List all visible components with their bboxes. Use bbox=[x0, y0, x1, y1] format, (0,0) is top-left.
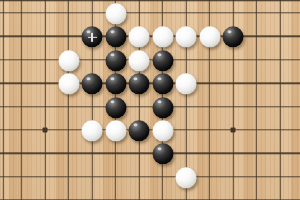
board-cell[interactable] bbox=[33, 188, 57, 200]
board-cell[interactable] bbox=[127, 95, 151, 118]
white-stone bbox=[105, 3, 126, 24]
board-cell[interactable] bbox=[174, 25, 198, 48]
board-cell[interactable] bbox=[127, 1, 151, 24]
black-stone bbox=[129, 73, 150, 94]
board-cell[interactable] bbox=[33, 48, 57, 71]
board-cell[interactable] bbox=[198, 71, 222, 94]
board-cell[interactable] bbox=[174, 118, 198, 141]
board-cell[interactable] bbox=[10, 1, 34, 24]
board-cell[interactable] bbox=[33, 118, 57, 141]
board-cell[interactable] bbox=[174, 71, 198, 94]
board-cell[interactable] bbox=[221, 165, 245, 188]
board-cell[interactable] bbox=[10, 165, 34, 188]
board-cell[interactable] bbox=[174, 188, 198, 200]
white-stone bbox=[176, 27, 197, 48]
black-stone bbox=[105, 27, 126, 48]
board-cell[interactable] bbox=[57, 1, 81, 24]
board-cell[interactable] bbox=[127, 165, 151, 188]
white-stone bbox=[105, 120, 126, 141]
board-cell[interactable] bbox=[198, 188, 222, 200]
board-cell[interactable] bbox=[80, 25, 104, 48]
board-cell[interactable] bbox=[10, 118, 34, 141]
board-cell[interactable] bbox=[198, 118, 222, 141]
board-cell[interactable] bbox=[151, 142, 175, 165]
board-cell[interactable] bbox=[174, 1, 198, 24]
board-cell[interactable] bbox=[221, 95, 245, 118]
board-cell[interactable] bbox=[104, 48, 128, 71]
board-cell[interactable] bbox=[174, 48, 198, 71]
board-cell[interactable] bbox=[57, 25, 81, 48]
board-cell[interactable] bbox=[198, 25, 222, 48]
board-cell[interactable] bbox=[33, 95, 57, 118]
board-cell[interactable] bbox=[57, 118, 81, 141]
board-cell[interactable] bbox=[245, 118, 269, 141]
board-cell[interactable] bbox=[268, 188, 292, 200]
board-cell[interactable] bbox=[221, 1, 245, 24]
board-cell[interactable] bbox=[104, 165, 128, 188]
board-cell[interactable] bbox=[268, 25, 292, 48]
board-cell[interactable] bbox=[80, 188, 104, 200]
black-stone bbox=[152, 97, 173, 118]
black-stone bbox=[82, 27, 103, 48]
board-cell[interactable] bbox=[174, 95, 198, 118]
board-cell[interactable] bbox=[33, 25, 57, 48]
white-stone bbox=[58, 73, 79, 94]
board-cell[interactable] bbox=[10, 25, 34, 48]
white-stone bbox=[152, 120, 173, 141]
black-stone bbox=[152, 50, 173, 71]
board-cell[interactable] bbox=[221, 142, 245, 165]
white-stone bbox=[152, 27, 173, 48]
board-cell[interactable] bbox=[57, 48, 81, 71]
board-cell[interactable] bbox=[104, 1, 128, 24]
board-cell[interactable] bbox=[245, 142, 269, 165]
board-cell[interactable] bbox=[151, 165, 175, 188]
black-stone bbox=[129, 120, 150, 141]
board-cell[interactable] bbox=[127, 25, 151, 48]
board-cell[interactable] bbox=[245, 188, 269, 200]
board-cell[interactable] bbox=[151, 118, 175, 141]
board-cell[interactable] bbox=[221, 48, 245, 71]
board-cell[interactable] bbox=[268, 95, 292, 118]
board-cell[interactable] bbox=[127, 188, 151, 200]
board-cell[interactable] bbox=[80, 118, 104, 141]
board-cell[interactable] bbox=[198, 1, 222, 24]
board-cell[interactable] bbox=[198, 165, 222, 188]
board-cell[interactable] bbox=[104, 142, 128, 165]
board-cell[interactable] bbox=[80, 165, 104, 188]
white-stone bbox=[176, 167, 197, 188]
board-cell[interactable] bbox=[10, 48, 34, 71]
board-cell[interactable] bbox=[33, 142, 57, 165]
board-cell[interactable] bbox=[33, 71, 57, 94]
board-cell[interactable] bbox=[245, 48, 269, 71]
black-stone bbox=[152, 144, 173, 165]
white-stone bbox=[58, 50, 79, 71]
board-cell[interactable] bbox=[80, 1, 104, 24]
board-cell[interactable] bbox=[57, 95, 81, 118]
white-stone bbox=[82, 120, 103, 141]
black-stone bbox=[105, 73, 126, 94]
board-cell[interactable] bbox=[174, 142, 198, 165]
board-cell[interactable] bbox=[198, 95, 222, 118]
board-cell[interactable] bbox=[198, 48, 222, 71]
board-cell[interactable] bbox=[151, 48, 175, 71]
board-cell[interactable] bbox=[151, 25, 175, 48]
black-stone bbox=[105, 97, 126, 118]
board-cell[interactable] bbox=[245, 71, 269, 94]
board-cell[interactable] bbox=[151, 71, 175, 94]
board-cell[interactable] bbox=[104, 95, 128, 118]
board-cell[interactable] bbox=[268, 142, 292, 165]
white-stone bbox=[129, 50, 150, 71]
black-stone bbox=[82, 73, 103, 94]
board-cell[interactable] bbox=[80, 48, 104, 71]
board-cell[interactable] bbox=[221, 188, 245, 200]
board-cell[interactable] bbox=[127, 118, 151, 141]
board-cell[interactable] bbox=[10, 188, 34, 200]
board-cell[interactable] bbox=[245, 95, 269, 118]
board-cell[interactable] bbox=[10, 71, 34, 94]
board-cell[interactable] bbox=[104, 71, 128, 94]
board-cell[interactable] bbox=[33, 1, 57, 24]
board-cell[interactable] bbox=[127, 142, 151, 165]
black-stone bbox=[105, 50, 126, 71]
board-cell[interactable] bbox=[57, 188, 81, 200]
board-cell[interactable] bbox=[104, 188, 128, 200]
board-cell[interactable] bbox=[268, 118, 292, 141]
board-cell[interactable] bbox=[221, 25, 245, 48]
board-cell[interactable] bbox=[221, 71, 245, 94]
board-cell[interactable] bbox=[245, 1, 269, 24]
board-cell[interactable] bbox=[104, 118, 128, 141]
board-cell[interactable] bbox=[57, 165, 81, 188]
board-cell[interactable] bbox=[127, 71, 151, 94]
gomoku-board bbox=[0, 0, 300, 200]
white-stone bbox=[199, 27, 220, 48]
last-move-marker bbox=[88, 33, 97, 42]
board-cell[interactable] bbox=[174, 165, 198, 188]
board-cell[interactable] bbox=[57, 142, 81, 165]
board-cell[interactable] bbox=[80, 142, 104, 165]
black-stone bbox=[223, 27, 244, 48]
board-cell[interactable] bbox=[151, 1, 175, 24]
black-stone bbox=[152, 73, 173, 94]
board-cell[interactable] bbox=[104, 25, 128, 48]
board-cell[interactable] bbox=[268, 165, 292, 188]
white-stone bbox=[129, 27, 150, 48]
board-cell[interactable] bbox=[198, 142, 222, 165]
board-cell[interactable] bbox=[151, 95, 175, 118]
board-cell[interactable] bbox=[33, 165, 57, 188]
board-cell[interactable] bbox=[245, 165, 269, 188]
board-grid[interactable] bbox=[10, 1, 292, 200]
board-cell[interactable] bbox=[80, 95, 104, 118]
board-cell[interactable] bbox=[10, 95, 34, 118]
board-cell[interactable] bbox=[10, 142, 34, 165]
board-cell[interactable] bbox=[268, 1, 292, 24]
board-cell[interactable] bbox=[245, 25, 269, 48]
board-cell[interactable] bbox=[151, 188, 175, 200]
board-cell[interactable] bbox=[57, 71, 81, 94]
board-cell[interactable] bbox=[268, 71, 292, 94]
board-cell[interactable] bbox=[268, 48, 292, 71]
board-cell[interactable] bbox=[221, 118, 245, 141]
white-stone bbox=[176, 73, 197, 94]
board-cell[interactable] bbox=[127, 48, 151, 71]
board-cell[interactable] bbox=[80, 71, 104, 94]
